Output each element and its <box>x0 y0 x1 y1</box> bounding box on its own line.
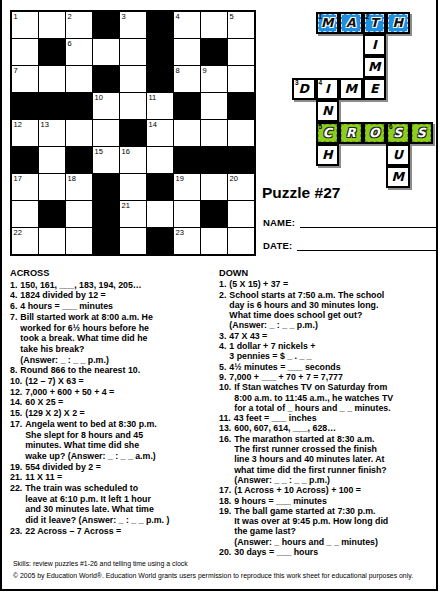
clue-text: (1 Across + 10 Across) + 100 = <box>234 485 441 495</box>
clue-number: 1. <box>10 280 17 291</box>
clue-text: 4 hours = ___ minutes <box>20 301 215 312</box>
grid-cell-r7c4-black <box>93 174 119 200</box>
grid-cell-r1c9[interactable]: 5 <box>228 12 254 38</box>
clue-number: 13. <box>219 423 231 433</box>
grid-cell-r5c8[interactable] <box>201 120 227 146</box>
clue-text: (5 X 15) + 37 = <box>229 279 441 289</box>
logo-number-5: 5 <box>319 123 323 130</box>
clue-number: 17. <box>10 419 22 462</box>
grid-cell-r7c8[interactable] <box>201 174 227 200</box>
grid-cell-r3c5[interactable] <box>120 66 146 92</box>
across-clue-22: 22.The train was scheduled to leave at 6… <box>10 483 215 526</box>
logo-cell-m-r2c3: M <box>363 56 387 78</box>
grid-cell-r1c8[interactable] <box>201 12 227 38</box>
down-clue-10: 10.If Stan watches TV on Saturday from 8… <box>219 382 441 413</box>
grid-cell-r7c5[interactable] <box>120 174 146 200</box>
grid-cell-r8c8-black <box>201 201 227 227</box>
logo-cell-a-r0c2: A <box>339 12 363 34</box>
grid-cell-r8c4-black <box>93 201 119 227</box>
clue-number: 19. <box>219 506 231 547</box>
grid-cell-r1c3[interactable]: 2 <box>66 12 92 38</box>
clue-number: 6. <box>10 301 17 312</box>
clue-text: Angela went to bed at 8:30 p.m. She slep… <box>25 419 215 462</box>
grid-number-20: 20 <box>230 174 238 183</box>
clue-number: 10. <box>219 382 231 413</box>
down-clue-1: 1.(5 X 15) + 37 = <box>219 279 441 289</box>
clue-text: 1 dollar + 7 nickels + 3 pennies = $ _ .… <box>229 341 441 362</box>
grid-cell-r1c7[interactable]: 4 <box>174 12 200 38</box>
clue-number: 11. <box>219 413 231 423</box>
grid-cell-r4c1-black <box>12 93 38 119</box>
grid-number-10: 10 <box>95 93 103 102</box>
clue-number: 4. <box>219 341 226 362</box>
down-clue-19: 19.The ball game started at 7:30 p.m. It… <box>219 506 441 547</box>
clue-number: 2. <box>219 290 226 331</box>
logo-letter: M <box>368 59 380 75</box>
grid-cell-r2c9[interactable] <box>228 39 254 65</box>
logo-number-1: 1 <box>319 13 323 20</box>
logo-cell-m-r3c2: M <box>339 78 363 100</box>
logo-letter: A <box>346 15 356 31</box>
grid-number-5: 5 <box>230 12 234 21</box>
grid-cell-r2c8-black <box>201 39 227 65</box>
grid-cell-r8c7[interactable] <box>174 201 200 227</box>
across-clues-section: ACROSS 1.150, 161, ___, 183, 194, 205…4.… <box>10 268 215 537</box>
grid-cell-r7c3[interactable]: 18 <box>66 174 92 200</box>
clue-number: 3. <box>219 331 226 341</box>
across-clue-14: 14.60 X 25 = <box>10 397 215 408</box>
grid-cell-r6c4[interactable]: 15 <box>93 147 119 173</box>
grid-number-12: 12 <box>14 120 22 129</box>
grid-cell-r2c6-black <box>147 39 173 65</box>
down-clue-16: 16.The marathon started at 8:30 a.m. The… <box>219 434 441 485</box>
clue-number: 20. <box>219 547 231 557</box>
clue-text: (12 – 7) X 63 = <box>25 376 215 387</box>
logo-letter: T <box>370 15 379 31</box>
clue-number: 1. <box>219 279 226 289</box>
logo-letter: S <box>417 125 426 141</box>
grid-cell-r4c7-black <box>174 93 200 119</box>
down-clue-3: 3.47 X 43 = <box>219 331 441 341</box>
grid-cell-r1c6-black <box>147 12 173 38</box>
grid-cell-r5c3[interactable] <box>66 120 92 146</box>
across-header: ACROSS <box>10 268 215 279</box>
logo-number-3: 3 <box>295 79 299 86</box>
clue-text: If Stan watches TV on Saturday from 8:00… <box>234 382 441 413</box>
grid-number-1: 1 <box>14 12 18 21</box>
grid-cell-r8c5[interactable]: 21 <box>120 201 146 227</box>
grid-cell-r9c2[interactable] <box>39 228 65 254</box>
grid-cell-r3c6-black <box>147 66 173 92</box>
grid-cell-r1c4-black <box>93 12 119 38</box>
logo-cell-d-r3c0: 3D <box>292 78 316 100</box>
down-clue-11: 11.43 feet = ___ inches <box>219 413 441 423</box>
grid-cell-r5c1[interactable]: 12 <box>12 120 38 146</box>
grid-cell-r7c9[interactable]: 20 <box>228 174 254 200</box>
across-clue-1: 1.150, 161, ___, 183, 194, 205… <box>10 280 215 291</box>
down-clue-5: 5.4½ minutes = ___ seconds <box>219 362 441 372</box>
clue-number: 16. <box>219 434 231 485</box>
logo-letter: R <box>346 125 356 141</box>
logo-letter: O <box>369 125 380 141</box>
grid-cell-r6c6[interactable] <box>147 147 173 173</box>
grid-cell-r5c6[interactable]: 14 <box>147 120 173 146</box>
clue-text: 43 feet = ___ inches <box>234 413 441 423</box>
down-clues-section: DOWN 1.(5 X 15) + 37 =2.School starts at… <box>219 268 441 557</box>
grid-cell-r5c5-black <box>120 120 146 146</box>
clue-text: The ball game started at 7:30 p.m. It wa… <box>234 506 441 547</box>
down-clue-2: 2.School starts at 7:50 a.m. The school … <box>219 290 441 331</box>
clue-text: 9 hours = ___ minutes <box>234 496 441 506</box>
date-row: DATE: <box>263 240 437 251</box>
logo-cell-i-r3c1: 4I <box>316 78 340 100</box>
logo-letter: M <box>345 81 357 97</box>
worksheet-page: 1234567891011121314151617181920212223 1M… <box>0 0 438 591</box>
grid-cell-r4c6[interactable]: 11 <box>147 93 173 119</box>
across-clue-21: 21.11 X 11 = <box>10 472 215 483</box>
clue-text: Round 866 to the nearest 10. <box>20 365 215 376</box>
grid-cell-r6c7-black <box>174 147 200 173</box>
grid-number-3: 3 <box>122 12 126 21</box>
logo-letter: M <box>321 15 333 31</box>
logo-letter: H <box>322 147 332 163</box>
grid-cell-r4c3-black <box>66 93 92 119</box>
logo-cell-e-r3c3: E <box>363 78 387 100</box>
crossword-grid: 1234567891011121314151617181920212223 <box>10 10 256 256</box>
logo-number-6: 6 <box>389 123 393 130</box>
clue-text: 7,000 + 600 + 50 + 4 = <box>25 387 215 398</box>
clue-number: 22. <box>10 483 22 526</box>
clue-text: School starts at 7:50 a.m. The school da… <box>229 290 441 331</box>
grid-cell-r1c5[interactable]: 3 <box>120 12 146 38</box>
logo-cell-m-r7c4: M <box>386 166 410 188</box>
grid-cell-r6c8-black <box>201 147 227 173</box>
grid-cell-r6c9-black <box>228 147 254 173</box>
grid-cell-r4c2-black <box>39 93 65 119</box>
logo-cell-h-r0c4: H <box>386 12 410 34</box>
across-clue-17: 17.Angela went to bed at 8:30 p.m. She s… <box>10 419 215 462</box>
grid-cell-r5c9[interactable] <box>228 120 254 146</box>
down-clue-18: 18.9 hours = ___ minutes <box>219 496 441 506</box>
grid-cell-r3c9[interactable] <box>228 66 254 92</box>
logo-cell-t-r0c3: 2T <box>363 12 387 34</box>
across-clue-15: 15.(129 X 2) X 2 = <box>10 408 215 419</box>
logo-cell-m-r0c1: 1M <box>316 12 340 34</box>
logo-letter: N <box>322 103 332 119</box>
clue-number: 23. <box>10 526 22 537</box>
down-clue-4: 4.1 dollar + 7 nickels + 3 pennies = $ _… <box>219 341 441 362</box>
across-clue-10: 10.(12 – 7) X 63 = <box>10 376 215 387</box>
grid-cell-r2c5[interactable] <box>120 39 146 65</box>
grid-cell-r5c2[interactable]: 13 <box>39 120 65 146</box>
across-clue-12: 12.7,000 + 600 + 50 + 4 = <box>10 387 215 398</box>
clue-number: 18. <box>219 496 231 506</box>
logo-number-4: 4 <box>319 79 323 86</box>
logo-letter: D <box>299 81 309 97</box>
mathcross-logo: 1MA2THIM3D4IMEN5CRO6SSHUM <box>292 12 434 189</box>
clue-number: 21. <box>10 472 22 483</box>
grid-cell-r2c7[interactable] <box>174 39 200 65</box>
grid-cell-r9c6-black <box>147 228 173 254</box>
logo-cell-u-r6c4: U <box>386 144 410 166</box>
grid-number-7: 7 <box>14 66 18 75</box>
clue-text: The train was scheduled to leave at 6:10… <box>25 483 215 526</box>
clue-text: Bill started work at 8:00 a.m. He worked… <box>20 312 215 366</box>
logo-cell-c-r5c1: 5C <box>316 122 340 144</box>
grid-cell-r9c1[interactable]: 22 <box>12 228 38 254</box>
logo-letter: C <box>323 125 332 141</box>
clue-number: 14. <box>10 397 22 408</box>
grid-cell-r6c1-black <box>12 147 38 173</box>
grid-cell-r2c2-black <box>39 39 65 65</box>
down-header: DOWN <box>219 268 441 278</box>
grid-number-16: 16 <box>122 147 130 156</box>
grid-cell-r9c8[interactable] <box>201 228 227 254</box>
grid-cell-r8c6[interactable] <box>147 201 173 227</box>
logo-number-2: 2 <box>366 13 370 20</box>
footer: Skills: review puzzles #1-26 and telling… <box>13 558 413 581</box>
grid-number-13: 13 <box>41 120 49 129</box>
logo-cell-r-r5c2: R <box>339 122 363 144</box>
grid-cell-r3c3[interactable] <box>66 66 92 92</box>
clue-number: 12. <box>10 387 22 398</box>
clue-text: 554 divided by 2 = <box>25 462 215 473</box>
grid-number-9: 9 <box>203 66 207 75</box>
logo-letter: H <box>393 15 403 31</box>
grid-number-4: 4 <box>176 12 180 21</box>
grid-cell-r7c6-black <box>147 174 173 200</box>
grid-cell-r3c7[interactable]: 8 <box>174 66 200 92</box>
grid-number-19: 19 <box>176 174 184 183</box>
grid-cell-r4c4[interactable]: 10 <box>93 93 119 119</box>
grid-number-14: 14 <box>149 120 157 129</box>
grid-cell-r1c1[interactable]: 1 <box>12 12 38 38</box>
name-label: NAME: <box>263 217 295 228</box>
clue-text: 4½ minutes = ___ seconds <box>229 362 441 372</box>
clue-number: 4. <box>10 290 17 301</box>
logo-cell-h-r6c1: H <box>316 144 340 166</box>
grid-cell-r2c4[interactable] <box>93 39 119 65</box>
logo-letter: I <box>325 81 330 97</box>
grid-cell-r3c4-black <box>93 66 119 92</box>
across-clue-6: 6.4 hours = ___ minutes <box>10 301 215 312</box>
grid-cell-r7c1[interactable]: 17 <box>12 174 38 200</box>
across-clue-4: 4.1824 divided by 12 = <box>10 290 215 301</box>
grid-cell-r9c7[interactable]: 23 <box>174 228 200 254</box>
grid-number-8: 8 <box>176 66 180 75</box>
down-clue-9: 9.7,000 + ___ + 70 + 7 = 7,777 <box>219 372 441 382</box>
clue-text: 7,000 + ___ + 70 + 7 = 7,777 <box>229 372 441 382</box>
logo-cell-o-r5c3: O <box>363 122 387 144</box>
date-input-line[interactable] <box>297 240 437 251</box>
clue-text: 30 days = ___ hours <box>234 547 441 557</box>
down-clue-13: 13.600, 607, 614, ___, 628… <box>219 423 441 433</box>
grid-number-22: 22 <box>14 228 22 237</box>
grid-cell-r3c8[interactable]: 9 <box>201 66 227 92</box>
logo-cell-i-r1c3: I <box>363 34 387 56</box>
grid-cell-r7c2[interactable] <box>39 174 65 200</box>
logo-letter: E <box>370 81 379 97</box>
clue-number: 15. <box>10 408 22 419</box>
clue-text: (129 X 2) X 2 = <box>25 408 215 419</box>
grid-cell-r5c4[interactable] <box>93 120 119 146</box>
grid-cell-r9c5[interactable] <box>120 228 146 254</box>
grid-number-18: 18 <box>68 174 76 183</box>
down-clue-17: 17.(1 Across + 10 Across) + 100 = <box>219 485 441 495</box>
clue-text: 22 Across – 7 Across = <box>25 526 215 537</box>
grid-cell-r8c9[interactable] <box>228 201 254 227</box>
grid-cell-r6c3-black <box>66 147 92 173</box>
clue-number: 9. <box>219 372 226 382</box>
clue-text: The marathon started at 8:30 a.m. The fi… <box>234 434 441 485</box>
clue-number: 8. <box>10 365 17 376</box>
clue-text: 11 X 11 = <box>25 472 215 483</box>
grid-number-11: 11 <box>149 93 157 102</box>
across-clue-19: 19.554 divided by 2 = <box>10 462 215 473</box>
grid-cell-r4c8[interactable] <box>201 93 227 119</box>
grid-cell-r6c5[interactable]: 16 <box>120 147 146 173</box>
grid-cell-r8c3[interactable] <box>66 201 92 227</box>
grid-cell-r3c2[interactable] <box>39 66 65 92</box>
grid-cell-r9c9[interactable] <box>228 228 254 254</box>
grid-cell-r2c3[interactable]: 6 <box>66 39 92 65</box>
logo-cell-n-r4c1: N <box>316 100 340 122</box>
grid-cell-r5c7[interactable] <box>174 120 200 146</box>
clue-number: 7. <box>10 312 17 366</box>
grid-cell-r8c1[interactable] <box>12 201 38 227</box>
grid-cell-r9c4-black <box>93 228 119 254</box>
grid-number-21: 21 <box>122 201 130 210</box>
grid-cell-r4c5[interactable] <box>120 93 146 119</box>
clue-number: 10. <box>10 376 22 387</box>
skills-note: Skills: review puzzles #1-26 and telling… <box>13 558 413 570</box>
grid-cell-r4c9-black <box>228 93 254 119</box>
grid-cell-r7c7[interactable]: 19 <box>174 174 200 200</box>
grid-number-17: 17 <box>14 174 22 183</box>
grid-number-2: 2 <box>68 12 72 21</box>
grid-cell-r8c2-black <box>39 201 65 227</box>
grid-number-15: 15 <box>95 147 103 156</box>
logo-letter: I <box>372 37 377 53</box>
down-clue-list: 1.(5 X 15) + 37 =2.School starts at 7:50… <box>219 279 441 557</box>
clue-number: 19. <box>10 462 22 473</box>
across-clue-7: 7.Bill started work at 8:00 a.m. He work… <box>10 312 215 366</box>
puzzle-title: Puzzle #27 <box>262 184 340 202</box>
across-clue-list: 1.150, 161, ___, 183, 194, 205…4.1824 di… <box>10 280 215 537</box>
across-clue-23: 23.22 Across – 7 Across = <box>10 526 215 537</box>
grid-cell-r6c2[interactable] <box>39 147 65 173</box>
logo-letter: M <box>392 169 404 185</box>
clue-text: 47 X 43 = <box>229 331 441 341</box>
logo-letter: S <box>393 125 402 141</box>
grid-cell-r3c1[interactable]: 7 <box>12 66 38 92</box>
grid-cell-r2c1[interactable] <box>12 39 38 65</box>
clue-number: 5. <box>219 362 226 372</box>
clue-text: 60 X 25 = <box>25 397 215 408</box>
grid-cell-r1c2[interactable] <box>39 12 65 38</box>
grid-number-23: 23 <box>176 228 184 237</box>
clue-text: 600, 607, 614, ___, 628… <box>234 423 441 433</box>
clue-text: 150, 161, ___, 183, 194, 205… <box>20 280 215 291</box>
logo-letter: U <box>393 147 403 163</box>
logo-cell-s-r5c5: S <box>410 122 434 144</box>
grid-number-6: 6 <box>68 39 72 48</box>
name-input-line[interactable] <box>300 217 437 228</box>
across-clue-8: 8.Round 866 to the nearest 10. <box>10 365 215 376</box>
down-clue-20: 20.30 days = ___ hours <box>219 547 441 557</box>
grid-cell-r9c3[interactable] <box>66 228 92 254</box>
copyright-note: © 2005 by Education World®. Education Wo… <box>13 570 413 582</box>
clue-text: 1824 divided by 12 = <box>20 290 215 301</box>
logo-cell-s-r5c4: 6S <box>386 122 410 144</box>
name-row: NAME: <box>263 217 437 228</box>
clue-number: 17. <box>219 485 231 495</box>
date-label: DATE: <box>263 240 292 251</box>
